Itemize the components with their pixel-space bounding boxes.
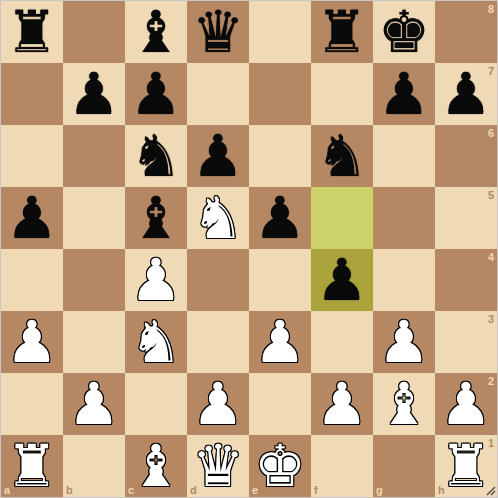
- square-d2[interactable]: ♟: [187, 373, 249, 435]
- square-h2[interactable]: ♟2: [435, 373, 497, 435]
- black-king[interactable]: ♚: [378, 1, 430, 63]
- square-a8[interactable]: ♜: [1, 1, 63, 63]
- square-b5[interactable]: [63, 187, 125, 249]
- rank-label-5: 5: [488, 189, 494, 201]
- black-pawn[interactable]: ♟: [378, 63, 430, 125]
- square-g3[interactable]: ♟: [373, 311, 435, 373]
- square-h4[interactable]: 4: [435, 249, 497, 311]
- white-pawn[interactable]: ♟: [130, 249, 182, 311]
- rank-label-4: 4: [488, 251, 494, 263]
- square-a2[interactable]: [1, 373, 63, 435]
- square-e7[interactable]: [249, 63, 311, 125]
- square-c1[interactable]: ♝c: [125, 435, 187, 497]
- square-h6[interactable]: 6: [435, 125, 497, 187]
- square-b7[interactable]: ♟: [63, 63, 125, 125]
- square-e4[interactable]: [249, 249, 311, 311]
- square-g8[interactable]: ♚: [373, 1, 435, 63]
- square-e8[interactable]: [249, 1, 311, 63]
- black-rook[interactable]: ♜: [316, 1, 368, 63]
- rank-label-6: 6: [488, 127, 494, 139]
- chess-board-frame: ♜♝♛♜♚8♟♟♟♟7♞♟♞6♟♝♞♟5♟♟4♟♞♟♟3♟♟♟♝♟2♜ab♝c♛…: [0, 0, 498, 498]
- square-c5[interactable]: ♝: [125, 187, 187, 249]
- black-pawn[interactable]: ♟: [440, 63, 492, 125]
- square-d8[interactable]: ♛: [187, 1, 249, 63]
- square-d6[interactable]: ♟: [187, 125, 249, 187]
- square-c8[interactable]: ♝: [125, 1, 187, 63]
- square-c6[interactable]: ♞: [125, 125, 187, 187]
- square-f2[interactable]: ♟: [311, 373, 373, 435]
- white-queen[interactable]: ♛: [192, 435, 244, 497]
- square-c4[interactable]: ♟: [125, 249, 187, 311]
- square-f5[interactable]: [311, 187, 373, 249]
- black-pawn[interactable]: ♟: [316, 249, 368, 311]
- square-c3[interactable]: ♞: [125, 311, 187, 373]
- square-g4[interactable]: [373, 249, 435, 311]
- square-d7[interactable]: [187, 63, 249, 125]
- square-e5[interactable]: ♟: [249, 187, 311, 249]
- square-b8[interactable]: [63, 1, 125, 63]
- white-pawn[interactable]: ♟: [68, 373, 120, 435]
- square-g7[interactable]: ♟: [373, 63, 435, 125]
- square-h7[interactable]: ♟7: [435, 63, 497, 125]
- square-d1[interactable]: ♛d: [187, 435, 249, 497]
- square-b4[interactable]: [63, 249, 125, 311]
- white-king[interactable]: ♚: [254, 435, 306, 497]
- square-f4[interactable]: ♟: [311, 249, 373, 311]
- square-f3[interactable]: [311, 311, 373, 373]
- square-f6[interactable]: ♞: [311, 125, 373, 187]
- black-knight[interactable]: ♞: [130, 125, 182, 187]
- square-h3[interactable]: 3: [435, 311, 497, 373]
- square-c2[interactable]: [125, 373, 187, 435]
- white-rook[interactable]: ♜: [6, 435, 58, 497]
- black-pawn[interactable]: ♟: [130, 63, 182, 125]
- square-b1[interactable]: b: [63, 435, 125, 497]
- black-queen[interactable]: ♛: [192, 1, 244, 63]
- white-pawn[interactable]: ♟: [316, 373, 368, 435]
- black-bishop[interactable]: ♝: [130, 187, 182, 249]
- white-pawn[interactable]: ♟: [440, 373, 492, 435]
- square-h8[interactable]: 8: [435, 1, 497, 63]
- black-pawn[interactable]: ♟: [68, 63, 120, 125]
- rank-label-3: 3: [488, 313, 494, 325]
- board-resize-handle[interactable]: [484, 484, 496, 496]
- square-a5[interactable]: ♟: [1, 187, 63, 249]
- square-g2[interactable]: ♝: [373, 373, 435, 435]
- square-a4[interactable]: [1, 249, 63, 311]
- square-d3[interactable]: [187, 311, 249, 373]
- file-label-f: f: [314, 484, 318, 496]
- white-pawn[interactable]: ♟: [6, 311, 58, 373]
- square-a3[interactable]: ♟: [1, 311, 63, 373]
- square-a7[interactable]: [1, 63, 63, 125]
- square-d4[interactable]: [187, 249, 249, 311]
- rank-label-8: 8: [488, 3, 494, 15]
- black-pawn[interactable]: ♟: [254, 187, 306, 249]
- square-a1[interactable]: ♜a: [1, 435, 63, 497]
- square-e3[interactable]: ♟: [249, 311, 311, 373]
- square-b3[interactable]: [63, 311, 125, 373]
- square-f7[interactable]: [311, 63, 373, 125]
- white-bishop[interactable]: ♝: [378, 373, 430, 435]
- white-pawn[interactable]: ♟: [254, 311, 306, 373]
- black-pawn[interactable]: ♟: [192, 125, 244, 187]
- black-rook[interactable]: ♜: [6, 1, 58, 63]
- square-d5[interactable]: ♞: [187, 187, 249, 249]
- square-g1[interactable]: g: [373, 435, 435, 497]
- square-b2[interactable]: ♟: [63, 373, 125, 435]
- white-knight[interactable]: ♞: [130, 311, 182, 373]
- white-pawn[interactable]: ♟: [378, 311, 430, 373]
- square-e6[interactable]: [249, 125, 311, 187]
- white-knight[interactable]: ♞: [192, 187, 244, 249]
- square-c7[interactable]: ♟: [125, 63, 187, 125]
- square-a6[interactable]: [1, 125, 63, 187]
- square-f8[interactable]: ♜: [311, 1, 373, 63]
- file-label-g: g: [376, 484, 383, 496]
- black-knight[interactable]: ♞: [316, 125, 368, 187]
- square-h5[interactable]: 5: [435, 187, 497, 249]
- square-e2[interactable]: [249, 373, 311, 435]
- black-bishop[interactable]: ♝: [130, 1, 182, 63]
- chess-board: ♜♝♛♜♚8♟♟♟♟7♞♟♞6♟♝♞♟5♟♟4♟♞♟♟3♟♟♟♝♟2♜ab♝c♛…: [1, 1, 497, 497]
- square-e1[interactable]: ♚e: [249, 435, 311, 497]
- square-g5[interactable]: [373, 187, 435, 249]
- black-pawn[interactable]: ♟: [6, 187, 58, 249]
- square-g6[interactable]: [373, 125, 435, 187]
- file-label-b: b: [66, 484, 73, 496]
- square-f1[interactable]: f: [311, 435, 373, 497]
- white-bishop[interactable]: ♝: [130, 435, 182, 497]
- white-pawn[interactable]: ♟: [192, 373, 244, 435]
- square-b6[interactable]: [63, 125, 125, 187]
